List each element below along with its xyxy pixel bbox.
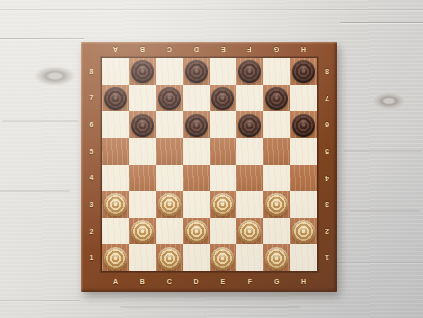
floor-knot xyxy=(372,92,406,110)
square-e4[interactable] xyxy=(210,165,237,192)
checker-piece-dark[interactable] xyxy=(131,114,154,137)
coord-label: 5 xyxy=(317,138,337,165)
coord-label: 6 xyxy=(81,111,102,138)
coord-label: 8 xyxy=(317,58,337,85)
square-g1[interactable] xyxy=(263,244,290,271)
coord-label: 1 xyxy=(317,244,337,271)
square-e8[interactable] xyxy=(210,58,237,85)
square-h7[interactable] xyxy=(290,85,317,112)
square-e6[interactable] xyxy=(210,111,237,138)
checker-piece-dark[interactable] xyxy=(185,60,208,83)
checker-piece-dark[interactable] xyxy=(158,87,181,110)
square-g5[interactable] xyxy=(263,138,290,165)
square-a5[interactable] xyxy=(102,138,129,165)
square-f1[interactable] xyxy=(236,244,263,271)
coord-label: 1 xyxy=(81,244,102,271)
checker-piece-dark[interactable] xyxy=(292,114,315,137)
coord-label: F xyxy=(236,271,263,292)
square-g3[interactable] xyxy=(263,191,290,218)
board-field xyxy=(102,58,317,271)
checker-piece-light[interactable] xyxy=(292,220,315,243)
square-d4[interactable] xyxy=(183,165,210,192)
checker-piece-dark[interactable] xyxy=(131,60,154,83)
coord-label: C xyxy=(156,271,183,292)
square-c5[interactable] xyxy=(156,138,183,165)
square-a7[interactable] xyxy=(102,85,129,112)
square-a8[interactable] xyxy=(102,58,129,85)
square-c7[interactable] xyxy=(156,85,183,112)
checker-piece-dark[interactable] xyxy=(238,114,261,137)
checker-piece-light[interactable] xyxy=(185,220,208,243)
square-a1[interactable] xyxy=(102,244,129,271)
square-f5[interactable] xyxy=(236,138,263,165)
square-a6[interactable] xyxy=(102,111,129,138)
square-h6[interactable] xyxy=(290,111,317,138)
square-b7[interactable] xyxy=(129,85,156,112)
square-g8[interactable] xyxy=(263,58,290,85)
coord-label: 4 xyxy=(317,165,337,192)
coords-bottom: ABCDEFGH xyxy=(102,271,317,292)
square-f7[interactable] xyxy=(236,85,263,112)
checker-piece-light[interactable] xyxy=(265,193,288,216)
coord-label: B xyxy=(129,42,156,58)
coord-label: H xyxy=(290,42,317,58)
floor-plank-seam xyxy=(338,262,423,263)
coord-label: 2 xyxy=(81,218,102,245)
coord-label: 5 xyxy=(81,138,102,165)
square-f8[interactable] xyxy=(236,58,263,85)
square-a3[interactable] xyxy=(102,191,129,218)
square-d1[interactable] xyxy=(183,244,210,271)
coord-label: A xyxy=(102,271,129,292)
coord-label: 3 xyxy=(81,191,102,218)
floor-plank-seam xyxy=(0,9,423,10)
square-b3[interactable] xyxy=(129,191,156,218)
square-c1[interactable] xyxy=(156,244,183,271)
square-g7[interactable] xyxy=(263,85,290,112)
coord-label: 2 xyxy=(317,218,337,245)
square-b6[interactable] xyxy=(129,111,156,138)
square-d2[interactable] xyxy=(183,218,210,245)
square-f3[interactable] xyxy=(236,191,263,218)
square-b8[interactable] xyxy=(129,58,156,85)
square-c2[interactable] xyxy=(156,218,183,245)
square-b4[interactable] xyxy=(129,165,156,192)
checker-piece-dark[interactable] xyxy=(104,87,127,110)
square-h5[interactable] xyxy=(290,138,317,165)
coord-label: 4 xyxy=(81,165,102,192)
coord-label: C xyxy=(156,42,183,58)
coord-label: D xyxy=(183,271,210,292)
checker-piece-light[interactable] xyxy=(158,193,181,216)
checker-piece-dark[interactable] xyxy=(185,114,208,137)
coord-label: F xyxy=(236,42,263,58)
checker-piece-light[interactable] xyxy=(104,247,127,270)
floor-grain xyxy=(350,210,420,212)
coord-label: A xyxy=(102,42,129,58)
square-g2[interactable] xyxy=(263,218,290,245)
checker-piece-light[interactable] xyxy=(211,247,234,270)
square-b1[interactable] xyxy=(129,244,156,271)
coord-label: 3 xyxy=(317,191,337,218)
floor-plank-seam xyxy=(0,300,80,301)
coord-label: D xyxy=(183,42,210,58)
checker-piece-dark[interactable] xyxy=(265,87,288,110)
square-e3[interactable] xyxy=(210,191,237,218)
square-h3[interactable] xyxy=(290,191,317,218)
square-h1[interactable] xyxy=(290,244,317,271)
coord-label: 8 xyxy=(81,58,102,85)
coord-label: B xyxy=(129,271,156,292)
floor-knot xyxy=(34,66,76,86)
square-g6[interactable] xyxy=(263,111,290,138)
checker-piece-dark[interactable] xyxy=(211,87,234,110)
checker-piece-light[interactable] xyxy=(158,247,181,270)
square-g4[interactable] xyxy=(263,165,290,192)
square-d6[interactable] xyxy=(183,111,210,138)
square-e2[interactable] xyxy=(210,218,237,245)
coord-label: G xyxy=(263,271,290,292)
checker-piece-dark[interactable] xyxy=(238,60,261,83)
square-h2[interactable] xyxy=(290,218,317,245)
square-d8[interactable] xyxy=(183,58,210,85)
floor-grain xyxy=(2,120,78,122)
coords-right: 87654321 xyxy=(317,58,337,271)
square-f4[interactable] xyxy=(236,165,263,192)
square-c8[interactable] xyxy=(156,58,183,85)
checker-piece-light[interactable] xyxy=(104,193,127,216)
square-e5[interactable] xyxy=(210,138,237,165)
checker-piece-light[interactable] xyxy=(131,220,154,243)
floor-grain xyxy=(120,306,300,308)
floor-grain xyxy=(0,190,70,192)
checker-piece-light[interactable] xyxy=(238,220,261,243)
square-c3[interactable] xyxy=(156,191,183,218)
square-b5[interactable] xyxy=(129,138,156,165)
coords-left: 87654321 xyxy=(81,58,102,271)
square-b2[interactable] xyxy=(129,218,156,245)
checker-piece-light[interactable] xyxy=(211,193,234,216)
square-f2[interactable] xyxy=(236,218,263,245)
coord-label: E xyxy=(210,271,237,292)
square-c6[interactable] xyxy=(156,111,183,138)
square-d3[interactable] xyxy=(183,191,210,218)
square-h4[interactable] xyxy=(290,165,317,192)
floor-plank-seam xyxy=(340,22,423,23)
coord-label: 6 xyxy=(317,111,337,138)
square-e1[interactable] xyxy=(210,244,237,271)
square-a4[interactable] xyxy=(102,165,129,192)
coord-label: E xyxy=(210,42,237,58)
square-e7[interactable] xyxy=(210,85,237,112)
square-c4[interactable] xyxy=(156,165,183,192)
checker-piece-light[interactable] xyxy=(265,247,288,270)
checker-piece-dark[interactable] xyxy=(292,60,315,83)
floor-grain xyxy=(344,150,422,152)
checkers-board: ABCDEFGH ABCDEFGH 87654321 87654321 xyxy=(81,42,337,292)
coord-label: H xyxy=(290,271,317,292)
square-h8[interactable] xyxy=(290,58,317,85)
coord-label: 7 xyxy=(317,85,337,112)
square-f6[interactable] xyxy=(236,111,263,138)
coord-label: 7 xyxy=(81,85,102,112)
square-d5[interactable] xyxy=(183,138,210,165)
floor-plank-seam xyxy=(0,38,84,39)
square-d7[interactable] xyxy=(183,85,210,112)
square-a2[interactable] xyxy=(102,218,129,245)
coord-label: G xyxy=(263,42,290,58)
coords-top: ABCDEFGH xyxy=(102,42,317,58)
